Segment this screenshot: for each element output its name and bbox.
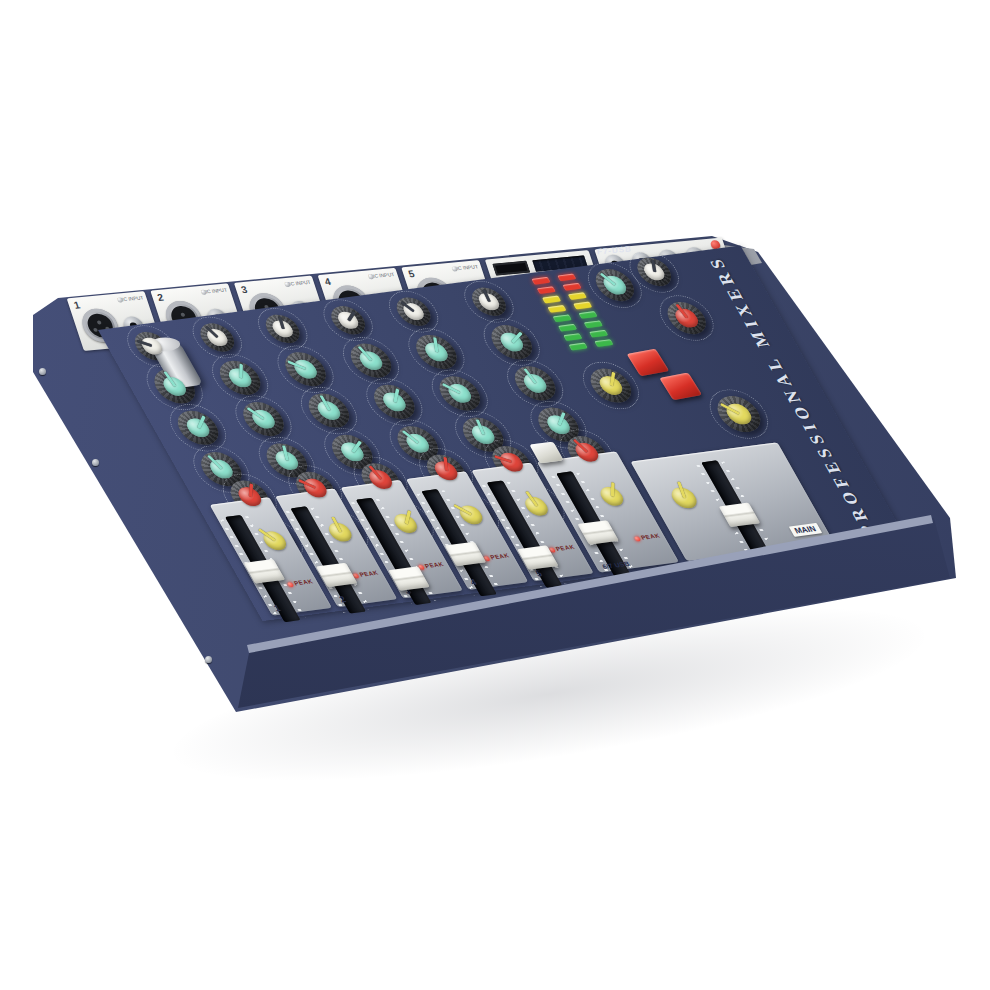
high-knob[interactable] bbox=[278, 350, 333, 388]
knob-pointer bbox=[391, 292, 437, 332]
knob-pointer bbox=[371, 379, 417, 425]
knob-pointer bbox=[712, 389, 765, 439]
knob-pointer bbox=[467, 287, 511, 317]
mid-knob[interactable] bbox=[302, 391, 357, 429]
knob-pointer bbox=[414, 332, 459, 373]
knob-pointer bbox=[484, 318, 539, 366]
mid-knob[interactable] bbox=[236, 400, 291, 438]
knob-pointer bbox=[219, 356, 261, 400]
usb-level-knob[interactable] bbox=[584, 366, 639, 404]
mid-knob[interactable] bbox=[508, 364, 563, 402]
knob-pointer bbox=[262, 313, 303, 344]
knob-pointer bbox=[660, 298, 714, 339]
knob-pointer bbox=[302, 391, 357, 429]
master-red-button[interactable] bbox=[627, 349, 670, 377]
channel-number: 1 bbox=[72, 299, 81, 310]
peak-label: PEAK bbox=[555, 544, 576, 552]
mid-knob[interactable] bbox=[432, 374, 487, 412]
peak-label: PEAK bbox=[489, 552, 510, 560]
knob-pointer bbox=[134, 328, 169, 365]
fader-cap[interactable] bbox=[577, 520, 618, 545]
fader-cap[interactable] bbox=[316, 563, 357, 588]
peak-indicator: PEAK bbox=[417, 561, 445, 570]
high-knob[interactable] bbox=[484, 323, 539, 361]
knob-pointer bbox=[435, 369, 485, 417]
master-red-button[interactable] bbox=[659, 373, 702, 401]
channel-number: 5 bbox=[407, 268, 416, 279]
mid-knob[interactable] bbox=[171, 409, 226, 447]
mid-knob[interactable] bbox=[367, 383, 422, 421]
chassis-screw bbox=[205, 656, 212, 663]
knob-pointer bbox=[237, 395, 291, 443]
peak-label: PEAK bbox=[424, 561, 445, 569]
knob-pointer bbox=[173, 404, 224, 452]
fader-cap[interactable] bbox=[244, 559, 285, 584]
phones-knob[interactable] bbox=[631, 256, 677, 288]
chassis-screw bbox=[39, 368, 46, 375]
peak-led bbox=[633, 536, 641, 541]
knob-pointer bbox=[507, 362, 564, 405]
product-photo-scene: 1MIC INPUTLINE2MIC INPUTLINE3MIC INPUTLI… bbox=[0, 0, 990, 990]
knob-pointer bbox=[342, 338, 399, 383]
peak-indicator: PEAK bbox=[351, 570, 379, 579]
peak-label: PEAK bbox=[293, 578, 314, 586]
knob-pointer bbox=[282, 346, 328, 392]
peak-label: PEAK bbox=[358, 570, 379, 578]
gain-knob[interactable] bbox=[466, 286, 512, 318]
peak-indicator: PEAK bbox=[286, 578, 314, 587]
peak-label: PEAK bbox=[640, 533, 661, 541]
main-label: MAIN bbox=[788, 523, 822, 537]
knob-pointer bbox=[635, 255, 673, 289]
high-knob[interactable] bbox=[344, 341, 399, 379]
main-fader-cap[interactable] bbox=[719, 503, 760, 528]
knob-pointer bbox=[326, 300, 370, 340]
gain-knob[interactable] bbox=[325, 304, 371, 336]
gain-knob[interactable] bbox=[391, 296, 437, 328]
knob-pointer bbox=[194, 318, 241, 357]
fader-cap[interactable] bbox=[388, 566, 429, 591]
peak-indicator: PEAK bbox=[548, 544, 576, 553]
gain-knob[interactable] bbox=[260, 313, 306, 345]
peak-indicator: PEAK bbox=[482, 552, 510, 561]
channel-number: 3 bbox=[240, 284, 249, 295]
channel-number: 2 bbox=[156, 292, 165, 303]
effect-knob[interactable] bbox=[661, 300, 713, 336]
peak-indicator: PEAK bbox=[633, 533, 661, 542]
high-knob[interactable] bbox=[409, 333, 464, 371]
gain-knob[interactable] bbox=[194, 321, 240, 353]
high-knob[interactable] bbox=[213, 359, 268, 397]
chassis-screw bbox=[92, 459, 99, 466]
fader-cap[interactable] bbox=[445, 542, 486, 567]
channel-number: 4 bbox=[323, 276, 332, 287]
knob-pointer bbox=[588, 363, 633, 409]
main-mix-knob[interactable] bbox=[710, 394, 768, 435]
